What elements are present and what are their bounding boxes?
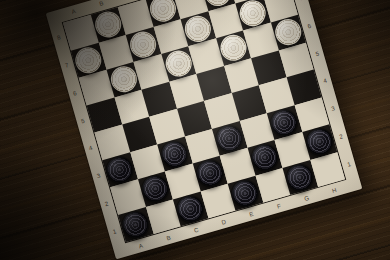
- scene: ABCDEFGH ABCDEFGH 87654321 87654321: [0, 0, 390, 260]
